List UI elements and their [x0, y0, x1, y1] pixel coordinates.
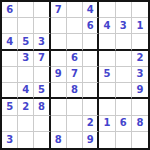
cell-r1c2[interactable]: [18, 2, 34, 18]
cell-r5c3[interactable]: [34, 67, 50, 83]
cell-r9c9[interactable]: [132, 132, 148, 148]
cell-r3c7[interactable]: [99, 34, 115, 50]
cell-r3c8[interactable]: [116, 34, 132, 50]
cell-r5c9[interactable]: 3: [132, 67, 148, 83]
cell-r1c8[interactable]: [116, 2, 132, 18]
cell-r4c1[interactable]: [2, 51, 18, 67]
cell-r1c1[interactable]: 6: [2, 2, 18, 18]
cell-r6c1[interactable]: [2, 83, 18, 99]
cell-r7c3[interactable]: 8: [34, 99, 50, 115]
cell-r2c1[interactable]: [2, 18, 18, 34]
cell-r3c2[interactable]: 5: [18, 34, 34, 50]
cell-r7c8[interactable]: [116, 99, 132, 115]
cell-r9c7[interactable]: [99, 132, 115, 148]
cell-r8c7[interactable]: 1: [99, 116, 115, 132]
cell-r3c9[interactable]: [132, 34, 148, 50]
cell-r6c9[interactable]: 9: [132, 83, 148, 99]
cell-r2c5[interactable]: [67, 18, 83, 34]
cell-r2c7[interactable]: 4: [99, 18, 115, 34]
cell-r4c3[interactable]: 7: [34, 51, 50, 67]
cell-r3c4[interactable]: [51, 34, 67, 50]
cell-r7c4[interactable]: [51, 99, 67, 115]
cell-r6c4[interactable]: [51, 83, 67, 99]
cell-r5c7[interactable]: 5: [99, 67, 115, 83]
cell-r8c1[interactable]: [2, 116, 18, 132]
cell-r4c5[interactable]: 6: [67, 51, 83, 67]
cell-r7c7[interactable]: [99, 99, 115, 115]
cell-r8c8[interactable]: 6: [116, 116, 132, 132]
cell-r8c3[interactable]: [34, 116, 50, 132]
cell-r9c6[interactable]: 9: [83, 132, 99, 148]
cell-r1c7[interactable]: [99, 2, 115, 18]
cell-r2c6[interactable]: 6: [83, 18, 99, 34]
cell-r4c4[interactable]: [51, 51, 67, 67]
cell-r2c4[interactable]: [51, 18, 67, 34]
cell-r3c3[interactable]: 3: [34, 34, 50, 50]
cell-r7c2[interactable]: 2: [18, 99, 34, 115]
cell-r4c6[interactable]: [83, 51, 99, 67]
cell-r8c9[interactable]: 8: [132, 116, 148, 132]
sudoku-board: 67464314533762975345895282168389: [0, 0, 150, 150]
cell-r6c6[interactable]: [83, 83, 99, 99]
cell-r7c9[interactable]: [132, 99, 148, 115]
cell-r6c5[interactable]: 8: [67, 83, 83, 99]
cell-r5c1[interactable]: [2, 67, 18, 83]
cell-r7c6[interactable]: [83, 99, 99, 115]
cell-r9c8[interactable]: [116, 132, 132, 148]
cell-r1c6[interactable]: 4: [83, 2, 99, 18]
cell-r8c6[interactable]: 2: [83, 116, 99, 132]
cell-r3c5[interactable]: [67, 34, 83, 50]
cell-r9c4[interactable]: 8: [51, 132, 67, 148]
cell-r3c6[interactable]: [83, 34, 99, 50]
cell-r4c7[interactable]: [99, 51, 115, 67]
cell-r3c1[interactable]: 4: [2, 34, 18, 50]
cell-r5c8[interactable]: [116, 67, 132, 83]
cell-r7c1[interactable]: 5: [2, 99, 18, 115]
cell-r1c3[interactable]: [34, 2, 50, 18]
cell-r1c5[interactable]: [67, 2, 83, 18]
cell-r9c5[interactable]: [67, 132, 83, 148]
cell-r5c2[interactable]: [18, 67, 34, 83]
cell-r5c4[interactable]: 9: [51, 67, 67, 83]
cell-r2c2[interactable]: [18, 18, 34, 34]
cell-r8c5[interactable]: [67, 116, 83, 132]
cell-r7c5[interactable]: [67, 99, 83, 115]
cell-r2c9[interactable]: 1: [132, 18, 148, 34]
cell-r4c9[interactable]: 2: [132, 51, 148, 67]
cell-r1c4[interactable]: 7: [51, 2, 67, 18]
cell-r4c8[interactable]: [116, 51, 132, 67]
cell-r5c5[interactable]: 7: [67, 67, 83, 83]
cell-r4c2[interactable]: 3: [18, 51, 34, 67]
cell-r8c2[interactable]: [18, 116, 34, 132]
cell-r9c2[interactable]: [18, 132, 34, 148]
cell-r6c8[interactable]: [116, 83, 132, 99]
cell-r8c4[interactable]: [51, 116, 67, 132]
cell-r9c3[interactable]: [34, 132, 50, 148]
cell-r6c2[interactable]: 4: [18, 83, 34, 99]
cell-r2c8[interactable]: 3: [116, 18, 132, 34]
cell-r9c1[interactable]: 3: [2, 132, 18, 148]
cell-r6c3[interactable]: 5: [34, 83, 50, 99]
cell-r6c7[interactable]: [99, 83, 115, 99]
cell-r2c3[interactable]: [34, 18, 50, 34]
cell-r1c9[interactable]: [132, 2, 148, 18]
cell-r5c6[interactable]: [83, 67, 99, 83]
